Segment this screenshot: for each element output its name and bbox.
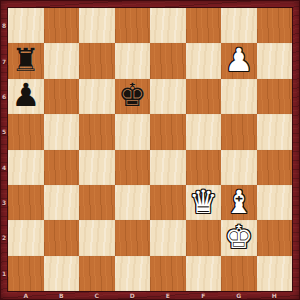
- square-b5[interactable]: [44, 114, 80, 149]
- square-d6[interactable]: ♚: [115, 79, 151, 114]
- square-d2[interactable]: [115, 220, 151, 255]
- square-h4[interactable]: [257, 150, 293, 185]
- file-label-a: A: [8, 291, 44, 300]
- square-a6[interactable]: ♟: [8, 79, 44, 114]
- square-g8[interactable]: [221, 8, 257, 43]
- square-d1[interactable]: [115, 256, 151, 291]
- square-h1[interactable]: [257, 256, 293, 291]
- square-h7[interactable]: [257, 43, 293, 78]
- rank-label-5: 5: [0, 114, 8, 149]
- square-e2[interactable]: [150, 220, 186, 255]
- square-a1[interactable]: [8, 256, 44, 291]
- piece-black-rook[interactable]: ♜: [11, 44, 40, 76]
- square-c5[interactable]: [79, 114, 115, 149]
- rank-label-8: 8: [0, 8, 8, 43]
- square-a8[interactable]: [8, 8, 44, 43]
- square-a4[interactable]: [8, 150, 44, 185]
- square-h3[interactable]: [257, 185, 293, 220]
- square-a7[interactable]: ♜: [8, 43, 44, 78]
- square-b4[interactable]: [44, 150, 80, 185]
- square-d5[interactable]: [115, 114, 151, 149]
- square-a5[interactable]: [8, 114, 44, 149]
- square-f4[interactable]: [186, 150, 222, 185]
- square-g6[interactable]: [221, 79, 257, 114]
- square-a3[interactable]: [8, 185, 44, 220]
- square-b6[interactable]: [44, 79, 80, 114]
- square-g7[interactable]: ♟: [221, 43, 257, 78]
- piece-white-bishop[interactable]: ♝: [224, 186, 253, 218]
- chess-board-frame: ♜♟♟♚♛♝♚ 87654321 ABCDEFGH: [0, 0, 300, 300]
- square-e8[interactable]: [150, 8, 186, 43]
- square-h5[interactable]: [257, 114, 293, 149]
- square-h6[interactable]: [257, 79, 293, 114]
- piece-white-pawn[interactable]: ♟: [224, 44, 253, 76]
- square-h2[interactable]: [257, 220, 293, 255]
- square-g2[interactable]: ♚: [221, 220, 257, 255]
- square-d3[interactable]: [115, 185, 151, 220]
- piece-black-pawn[interactable]: ♟: [11, 79, 40, 111]
- square-f2[interactable]: [186, 220, 222, 255]
- square-f7[interactable]: [186, 43, 222, 78]
- square-d7[interactable]: [115, 43, 151, 78]
- file-labels: ABCDEFGH: [8, 291, 292, 300]
- square-e6[interactable]: [150, 79, 186, 114]
- file-label-h: H: [257, 291, 293, 300]
- square-b7[interactable]: [44, 43, 80, 78]
- piece-white-queen[interactable]: ♛: [189, 186, 218, 218]
- square-f8[interactable]: [186, 8, 222, 43]
- rank-label-3: 3: [0, 185, 8, 220]
- square-e3[interactable]: [150, 185, 186, 220]
- rank-label-7: 7: [0, 43, 8, 78]
- square-c7[interactable]: [79, 43, 115, 78]
- square-b2[interactable]: [44, 220, 80, 255]
- square-f3[interactable]: ♛: [186, 185, 222, 220]
- rank-label-4: 4: [0, 150, 8, 185]
- square-b3[interactable]: [44, 185, 80, 220]
- square-f1[interactable]: [186, 256, 222, 291]
- square-b1[interactable]: [44, 256, 80, 291]
- square-d4[interactable]: [115, 150, 151, 185]
- piece-white-king[interactable]: ♚: [224, 221, 253, 253]
- square-c4[interactable]: [79, 150, 115, 185]
- piece-black-king[interactable]: ♚: [118, 79, 147, 111]
- file-label-b: B: [44, 291, 80, 300]
- square-d8[interactable]: [115, 8, 151, 43]
- file-label-d: D: [115, 291, 151, 300]
- square-f5[interactable]: [186, 114, 222, 149]
- rank-label-6: 6: [0, 79, 8, 114]
- chess-board: ♜♟♟♚♛♝♚: [8, 8, 292, 291]
- square-h8[interactable]: [257, 8, 293, 43]
- rank-label-1: 1: [0, 256, 8, 291]
- square-c1[interactable]: [79, 256, 115, 291]
- rank-label-2: 2: [0, 220, 8, 255]
- file-label-e: E: [150, 291, 186, 300]
- square-f6[interactable]: [186, 79, 222, 114]
- square-e1[interactable]: [150, 256, 186, 291]
- file-label-g: G: [221, 291, 257, 300]
- square-a2[interactable]: [8, 220, 44, 255]
- square-g3[interactable]: ♝: [221, 185, 257, 220]
- rank-labels: 87654321: [0, 8, 8, 291]
- square-c2[interactable]: [79, 220, 115, 255]
- square-c8[interactable]: [79, 8, 115, 43]
- square-c3[interactable]: [79, 185, 115, 220]
- square-g1[interactable]: [221, 256, 257, 291]
- square-b8[interactable]: [44, 8, 80, 43]
- square-g4[interactable]: [221, 150, 257, 185]
- square-e4[interactable]: [150, 150, 186, 185]
- file-label-c: C: [79, 291, 115, 300]
- square-e7[interactable]: [150, 43, 186, 78]
- square-c6[interactable]: [79, 79, 115, 114]
- file-label-f: F: [186, 291, 222, 300]
- square-g5[interactable]: [221, 114, 257, 149]
- square-e5[interactable]: [150, 114, 186, 149]
